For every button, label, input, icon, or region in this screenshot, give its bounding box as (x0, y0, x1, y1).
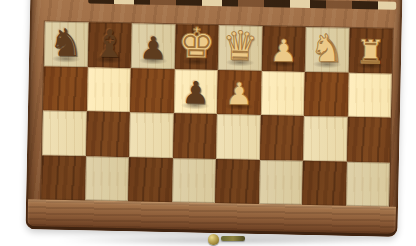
knight-glyph: ♞ (49, 23, 84, 62)
square-r4c7[interactable] (302, 160, 346, 205)
square-r2c3[interactable] (130, 68, 174, 113)
square-r3c7[interactable] (303, 116, 347, 161)
pawn-glyph: ♟ (139, 32, 167, 64)
piece-light-queen[interactable]: ♛ (222, 25, 259, 66)
rook-glyph: ♜ (355, 34, 385, 68)
brass-latch (204, 232, 250, 245)
folded-half-checkered-edge (88, 0, 396, 10)
square-r2c8[interactable] (347, 72, 391, 117)
square-r3c2[interactable] (86, 111, 130, 156)
piece-dark-pawn[interactable]: ♟ (181, 77, 209, 109)
piece-light-rook[interactable]: ♜ (355, 34, 385, 68)
square-r2c1[interactable] (43, 66, 87, 111)
square-r2c7[interactable] (304, 71, 348, 116)
square-r4c3[interactable] (128, 157, 172, 202)
king-glyph: ♚ (177, 22, 216, 65)
square-r3c1[interactable] (42, 110, 86, 155)
chess-box: ♞♝♟♚♛♟♞♜♟♟ (25, 0, 402, 237)
piece-dark-bishop[interactable]: ♝ (92, 24, 127, 63)
square-r3c6[interactable] (259, 115, 303, 160)
square-r3c4[interactable] (172, 113, 216, 158)
piece-light-pawn[interactable]: ♟ (225, 78, 253, 110)
square-r4c2[interactable] (85, 156, 129, 201)
queen-glyph: ♛ (222, 25, 259, 66)
square-r4c4[interactable] (172, 158, 216, 203)
piece-light-king[interactable]: ♚ (177, 22, 216, 65)
product-photo: ♞♝♟♚♛♟♞♜♟♟ (0, 0, 416, 246)
square-r4c1[interactable] (41, 155, 85, 200)
piece-dark-knight[interactable]: ♞ (49, 23, 84, 62)
bishop-glyph: ♝ (92, 24, 127, 63)
piece-light-pawn[interactable]: ♟ (269, 35, 297, 67)
chess-board: ♞♝♟♚♛♟♞♜♟♟ (41, 21, 393, 206)
square-r3c5[interactable] (216, 114, 260, 159)
piece-light-knight[interactable]: ♞ (310, 29, 345, 68)
piece-dark-pawn[interactable]: ♟ (139, 32, 167, 64)
latch-knob-icon (208, 234, 219, 245)
square-r3c3[interactable] (129, 112, 173, 157)
pawn-glyph: ♟ (181, 77, 209, 109)
square-r3c8[interactable] (346, 117, 390, 162)
square-r4c8[interactable] (346, 161, 390, 206)
knight-glyph: ♞ (310, 29, 345, 68)
pawn-glyph: ♟ (269, 35, 297, 67)
latch-clasp-icon (221, 236, 245, 241)
square-r2c2[interactable] (86, 67, 130, 112)
pawn-glyph: ♟ (225, 78, 253, 110)
square-r4c5[interactable] (215, 159, 259, 204)
square-r2c6[interactable] (260, 70, 304, 115)
square-r4c6[interactable] (259, 159, 303, 204)
